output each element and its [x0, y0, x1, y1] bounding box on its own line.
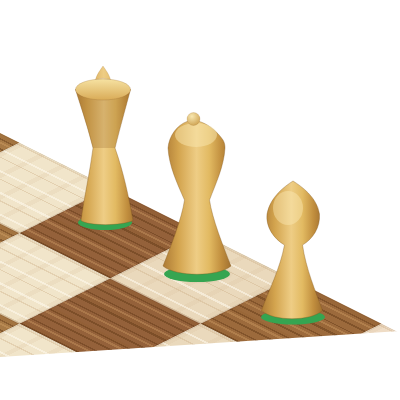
board-square: [0, 369, 20, 400]
white-pawn-piece: [254, 174, 334, 328]
chess-set-photo: [0, 0, 400, 400]
pawn-acorn-highlight: [273, 191, 303, 225]
king-spike-finial: [96, 66, 111, 80]
board-square: [20, 369, 201, 400]
king-hat-top-surface: [76, 79, 131, 100]
white-king-piece: [64, 60, 144, 238]
board-square: [201, 369, 382, 400]
white-queen-piece: [160, 106, 240, 286]
queen-ball-finial: [187, 113, 200, 126]
queen-dome-sheen: [175, 123, 217, 147]
